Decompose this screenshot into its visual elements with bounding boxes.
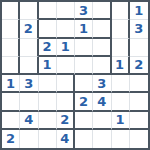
given-cell-r5c2[interactable]: 3 bbox=[20, 75, 38, 93]
given-cell-r2c8[interactable]: 3 bbox=[130, 20, 148, 38]
cell-r1c4[interactable] bbox=[57, 2, 75, 20]
cell-r2c6[interactable] bbox=[93, 20, 111, 38]
cell-r5c5[interactable] bbox=[75, 75, 93, 93]
given-cell-r5c6[interactable]: 3 bbox=[93, 75, 111, 93]
cell-r3c2[interactable] bbox=[20, 39, 38, 57]
cell-r7c5[interactable] bbox=[75, 112, 93, 130]
cell-r2c4[interactable] bbox=[57, 20, 75, 38]
cell-r1c1[interactable] bbox=[2, 2, 20, 20]
given-cell-r7c2[interactable]: 4 bbox=[20, 112, 38, 130]
cell-r5c8[interactable] bbox=[130, 75, 148, 93]
cell-r8c2[interactable] bbox=[20, 130, 38, 148]
cell-r3c1[interactable] bbox=[2, 39, 20, 57]
given-cell-r6c6[interactable]: 4 bbox=[93, 93, 111, 111]
given-cell-r3c4[interactable]: 1 bbox=[57, 39, 75, 57]
cell-r5c4[interactable] bbox=[57, 75, 75, 93]
cell-r7c1[interactable] bbox=[2, 112, 20, 130]
cell-r6c2[interactable] bbox=[20, 93, 38, 111]
given-cell-r5c1[interactable]: 1 bbox=[2, 75, 20, 93]
cell-r2c7[interactable] bbox=[112, 20, 130, 38]
given-cell-r2c5[interactable]: 1 bbox=[75, 20, 93, 38]
cell-r7c8[interactable] bbox=[130, 112, 148, 130]
cell-r5c3[interactable] bbox=[39, 75, 57, 93]
cell-r5c7[interactable] bbox=[112, 75, 130, 93]
given-cell-r1c8[interactable]: 1 bbox=[130, 2, 148, 20]
cell-r7c6[interactable] bbox=[93, 112, 111, 130]
puzzle-board: 31213211121332442124 bbox=[0, 0, 150, 150]
cell-r4c1[interactable] bbox=[2, 57, 20, 75]
cell-r1c6[interactable] bbox=[93, 2, 111, 20]
cell-r6c7[interactable] bbox=[112, 93, 130, 111]
cell-r8c5[interactable] bbox=[75, 130, 93, 148]
cell-r4c4[interactable] bbox=[57, 57, 75, 75]
cell-r7c3[interactable] bbox=[39, 112, 57, 130]
cell-r6c1[interactable] bbox=[2, 93, 20, 111]
cell-r8c3[interactable] bbox=[39, 130, 57, 148]
given-cell-r4c8[interactable]: 2 bbox=[130, 57, 148, 75]
cell-r4c2[interactable] bbox=[20, 57, 38, 75]
cell-r6c3[interactable] bbox=[39, 93, 57, 111]
given-cell-r8c4[interactable]: 4 bbox=[57, 130, 75, 148]
cell-r6c4[interactable] bbox=[57, 93, 75, 111]
given-cell-r7c7[interactable]: 1 bbox=[112, 112, 130, 130]
cell-r1c3[interactable] bbox=[39, 2, 57, 20]
given-cell-r1c5[interactable]: 3 bbox=[75, 2, 93, 20]
cell-r8c7[interactable] bbox=[112, 130, 130, 148]
cell-r8c6[interactable] bbox=[93, 130, 111, 148]
cell-r3c7[interactable] bbox=[112, 39, 130, 57]
given-cell-r2c2[interactable]: 2 bbox=[20, 20, 38, 38]
cell-r1c2[interactable] bbox=[20, 2, 38, 20]
cell-r4c6[interactable] bbox=[93, 57, 111, 75]
given-cell-r4c3[interactable]: 1 bbox=[39, 57, 57, 75]
given-cell-r8c1[interactable]: 2 bbox=[2, 130, 20, 148]
given-cell-r4c7[interactable]: 1 bbox=[112, 57, 130, 75]
cell-r2c1[interactable] bbox=[2, 20, 20, 38]
cell-r1c7[interactable] bbox=[112, 2, 130, 20]
cell-r4c5[interactable] bbox=[75, 57, 93, 75]
cell-r3c5[interactable] bbox=[75, 39, 93, 57]
cell-r3c8[interactable] bbox=[130, 39, 148, 57]
given-cell-r7c4[interactable]: 2 bbox=[57, 112, 75, 130]
cell-r2c3[interactable] bbox=[39, 20, 57, 38]
cell-r8c8[interactable] bbox=[130, 130, 148, 148]
cell-r6c8[interactable] bbox=[130, 93, 148, 111]
cell-r3c6[interactable] bbox=[93, 39, 111, 57]
given-cell-r6c5[interactable]: 2 bbox=[75, 93, 93, 111]
given-cell-r3c3[interactable]: 2 bbox=[39, 39, 57, 57]
